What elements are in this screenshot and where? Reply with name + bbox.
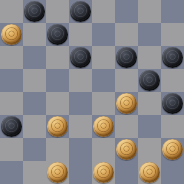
square-r7c0[interactable] xyxy=(0,161,23,184)
square-r5c3[interactable] xyxy=(69,115,92,138)
square-r5c1[interactable] xyxy=(23,115,46,138)
gold-piece-r1c0[interactable] xyxy=(1,24,22,45)
square-r0c3[interactable] xyxy=(69,0,92,23)
square-r1c1[interactable] xyxy=(23,23,46,46)
checkers-board xyxy=(0,0,184,184)
black-piece-r3c6[interactable] xyxy=(139,70,160,91)
square-r6c0[interactable] xyxy=(0,138,23,161)
square-r7c4[interactable] xyxy=(92,161,115,184)
square-r6c2[interactable] xyxy=(46,138,69,161)
square-r0c5[interactable] xyxy=(115,0,138,23)
square-r1c7[interactable] xyxy=(161,23,184,46)
square-r4c2[interactable] xyxy=(46,92,69,115)
square-r4c7[interactable] xyxy=(161,92,184,115)
square-r6c4[interactable] xyxy=(92,138,115,161)
square-r1c5[interactable] xyxy=(115,23,138,46)
square-r7c3[interactable] xyxy=(69,161,92,184)
black-piece-r2c3[interactable] xyxy=(70,47,91,68)
square-r7c5[interactable] xyxy=(115,161,138,184)
gold-piece-r7c6[interactable] xyxy=(139,162,160,183)
square-r1c0[interactable] xyxy=(0,23,23,46)
square-r5c4[interactable] xyxy=(92,115,115,138)
square-r6c1[interactable] xyxy=(23,138,46,161)
square-r2c2[interactable] xyxy=(46,46,69,69)
square-r2c5[interactable] xyxy=(115,46,138,69)
black-piece-r2c7[interactable] xyxy=(162,47,183,68)
square-r5c7[interactable] xyxy=(161,115,184,138)
square-r3c0[interactable] xyxy=(0,69,23,92)
square-r3c2[interactable] xyxy=(46,69,69,92)
square-r2c3[interactable] xyxy=(69,46,92,69)
square-r6c3[interactable] xyxy=(69,138,92,161)
square-r3c5[interactable] xyxy=(115,69,138,92)
square-r5c5[interactable] xyxy=(115,115,138,138)
gold-piece-r5c4[interactable] xyxy=(93,116,114,137)
square-r7c2[interactable] xyxy=(46,161,69,184)
square-r6c7[interactable] xyxy=(161,138,184,161)
square-r1c2[interactable] xyxy=(46,23,69,46)
square-r2c6[interactable] xyxy=(138,46,161,69)
square-r4c5[interactable] xyxy=(115,92,138,115)
gold-piece-r7c4[interactable] xyxy=(93,162,114,183)
square-r4c1[interactable] xyxy=(23,92,46,115)
square-r3c4[interactable] xyxy=(92,69,115,92)
square-r1c3[interactable] xyxy=(69,23,92,46)
square-r2c7[interactable] xyxy=(161,46,184,69)
gold-piece-r6c5[interactable] xyxy=(116,139,137,160)
black-piece-r0c1[interactable] xyxy=(24,1,45,22)
black-piece-r5c0[interactable] xyxy=(1,116,22,137)
square-r0c7[interactable] xyxy=(161,0,184,23)
gold-piece-r7c2[interactable] xyxy=(47,162,68,183)
square-r2c1[interactable] xyxy=(23,46,46,69)
square-r3c1[interactable] xyxy=(23,69,46,92)
square-r6c5[interactable] xyxy=(115,138,138,161)
square-r5c2[interactable] xyxy=(46,115,69,138)
square-r4c3[interactable] xyxy=(69,92,92,115)
square-r5c0[interactable] xyxy=(0,115,23,138)
black-piece-r4c7[interactable] xyxy=(162,93,183,114)
square-r0c4[interactable] xyxy=(92,0,115,23)
square-r4c4[interactable] xyxy=(92,92,115,115)
square-r0c2[interactable] xyxy=(46,0,69,23)
square-r6c6[interactable] xyxy=(138,138,161,161)
square-r0c1[interactable] xyxy=(23,0,46,23)
square-r1c6[interactable] xyxy=(138,23,161,46)
square-r3c7[interactable] xyxy=(161,69,184,92)
black-piece-r1c2[interactable] xyxy=(47,24,68,45)
gold-piece-r6c7[interactable] xyxy=(162,139,183,160)
black-piece-r2c5[interactable] xyxy=(116,47,137,68)
square-r7c1[interactable] xyxy=(23,161,46,184)
square-r0c6[interactable] xyxy=(138,0,161,23)
square-r3c6[interactable] xyxy=(138,69,161,92)
square-r3c3[interactable] xyxy=(69,69,92,92)
black-piece-r0c3[interactable] xyxy=(70,1,91,22)
square-r5c6[interactable] xyxy=(138,115,161,138)
square-r2c4[interactable] xyxy=(92,46,115,69)
gold-piece-r5c2[interactable] xyxy=(47,116,68,137)
square-r7c7[interactable] xyxy=(161,161,184,184)
square-r4c6[interactable] xyxy=(138,92,161,115)
square-r0c0[interactable] xyxy=(0,0,23,23)
square-r2c0[interactable] xyxy=(0,46,23,69)
square-r1c4[interactable] xyxy=(92,23,115,46)
square-r7c6[interactable] xyxy=(138,161,161,184)
square-r4c0[interactable] xyxy=(0,92,23,115)
gold-piece-r4c5[interactable] xyxy=(116,93,137,114)
